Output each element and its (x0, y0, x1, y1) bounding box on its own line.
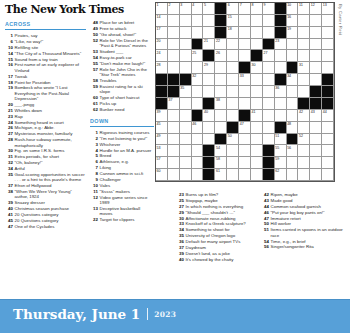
crossword-cell[interactable] (192, 86, 204, 98)
crossword-cell[interactable] (322, 169, 334, 181)
cell-number: 25 (192, 51, 196, 55)
clue-number: 12 (90, 195, 98, 206)
crossword-cell[interactable]: 7 (239, 3, 251, 15)
crossword-cell[interactable]: 46 (192, 122, 204, 134)
black-cell (203, 98, 215, 110)
crossword-cell[interactable]: 49 (156, 134, 168, 146)
crossword-cell[interactable] (287, 50, 299, 62)
clue-number: 3 (90, 142, 98, 147)
crossword-cell[interactable]: 19 (287, 27, 299, 39)
cell-number: 14 (157, 15, 161, 19)
clue-number: 52 (90, 38, 98, 49)
crossword-cell[interactable] (192, 98, 204, 110)
crossword-cell[interactable]: 28 (156, 62, 168, 74)
clue-item: 40Christmas season purchase (5, 206, 86, 211)
crossword-cell[interactable] (298, 86, 310, 98)
crossword-cell[interactable] (298, 15, 310, 27)
crossword-cell[interactable]: 12 (310, 3, 322, 15)
crossword-cell[interactable]: 33 (239, 74, 251, 86)
crossword-cell[interactable]: 35 (180, 86, 192, 98)
crossword-cell[interactable]: 43 (310, 110, 322, 122)
clue-item: 34Something to shoot for (176, 227, 258, 232)
clue-text: Student ___ (100, 49, 154, 54)
clue-item: 14“The City of a Thousand Minarets” (5, 51, 86, 56)
clue-item: 46“Put your big boy pants on!” (261, 210, 347, 215)
crossword-cell[interactable] (310, 74, 322, 86)
clue-number: 37 (5, 183, 13, 188)
crossword-cell[interactable]: 9 (263, 3, 275, 15)
crossword-cell[interactable] (203, 122, 215, 134)
crossword-cell[interactable]: 27 (263, 50, 275, 62)
crossword-cell[interactable] (168, 39, 180, 51)
clue-text: “Put your big boy pants on!” (271, 210, 347, 215)
cell-number: 49 (157, 134, 161, 138)
clue-number: 2 (90, 136, 98, 141)
black-cell (275, 3, 287, 15)
clue-text: “I'm not listening to you!” (100, 136, 154, 141)
cell-number: 8 (252, 3, 254, 7)
crossword-cell[interactable] (298, 145, 310, 157)
clue-text: University of Oregon logo (186, 233, 258, 238)
clue-text: Rigorous training courses (100, 130, 154, 135)
crossword-cell[interactable]: 6 (227, 3, 239, 15)
cell-number: 27 (263, 51, 267, 55)
clue-number: 6 (5, 39, 13, 44)
clue-text: Pirates, say (15, 33, 86, 38)
crossword-cell[interactable] (275, 62, 287, 74)
clue-text: “Like, no way!” (15, 39, 86, 44)
cell-number: 3 (180, 3, 182, 7)
crossword-cell[interactable]: 25 (192, 50, 204, 62)
crossword-cell[interactable] (203, 15, 215, 27)
cell-number: 60 (157, 169, 161, 173)
crossword-cell[interactable]: 2 (168, 3, 180, 15)
clue-number: 51 (261, 227, 269, 238)
crossword-cell[interactable] (192, 169, 204, 181)
crossword-cell[interactable]: 34 (287, 74, 299, 86)
crossword-cell[interactable] (203, 74, 215, 86)
crossword-cell[interactable] (322, 122, 334, 134)
crossword-cell[interactable]: 20 (156, 39, 168, 51)
clue-item: 54Time, e.g., in brief (261, 239, 347, 244)
crossword-cell[interactable]: 57 (156, 157, 168, 169)
crossword-cell[interactable] (239, 169, 251, 181)
clue-item: 57Role for John Cho in the “Star Trek” m… (90, 67, 154, 78)
clue-item: 61Picks up (90, 101, 154, 106)
crossword-cell[interactable] (287, 98, 299, 110)
crossword-cell[interactable]: 24 (156, 50, 168, 62)
crossword-cell[interactable] (180, 110, 192, 122)
crossword-cell[interactable] (180, 50, 192, 62)
crossword-cell[interactable] (310, 157, 322, 169)
crossword-cell[interactable]: 52 (298, 134, 310, 146)
crossword-cell[interactable] (239, 15, 251, 27)
crossword-cell[interactable] (239, 50, 251, 62)
clue-item: 5Breed (90, 153, 154, 158)
crossword-cell[interactable]: 44 (322, 110, 334, 122)
crossword-cell[interactable]: 10 (287, 3, 299, 15)
cell-number: 51 (275, 134, 279, 138)
clue-number: 6 (90, 159, 98, 164)
crossword-cell[interactable]: 23 (275, 39, 287, 51)
crossword-cell[interactable] (168, 50, 180, 62)
crossword-cell[interactable]: 40 (203, 110, 215, 122)
clue-number: 54 (90, 55, 98, 60)
crossword-cell[interactable] (287, 86, 299, 98)
crossword-cell[interactable] (227, 110, 239, 122)
crossword-cell[interactable] (287, 157, 299, 169)
black-cell (275, 27, 287, 39)
crossword-cell[interactable]: 56 (287, 145, 299, 157)
crossword-cell[interactable] (263, 134, 275, 146)
crossword-cell[interactable]: 31 (298, 62, 310, 74)
crossword-cell[interactable] (251, 98, 263, 110)
crossword-cell[interactable] (310, 62, 322, 74)
crossword-cell[interactable] (310, 122, 322, 134)
cell-number: 32 (192, 74, 196, 78)
crossword-cell[interactable] (298, 122, 310, 134)
clue-number: 30 (5, 148, 13, 153)
crossword-cell[interactable] (310, 15, 322, 27)
date-bar: Thursday, June 1 2023 (0, 299, 350, 333)
crossword-cell[interactable] (239, 39, 251, 51)
crossword-cell[interactable] (322, 62, 334, 74)
crossword-cell[interactable] (298, 39, 310, 51)
crossword-cell[interactable] (180, 145, 192, 157)
crossword-cell[interactable] (215, 122, 227, 134)
crossword-cell[interactable] (298, 50, 310, 62)
crossword-cell[interactable]: 38 (215, 98, 227, 110)
crossword-cell[interactable]: 30 (251, 62, 263, 74)
crossword-cell[interactable] (298, 74, 310, 86)
crossword-cell[interactable] (322, 50, 334, 62)
clue-item: 30Affectionate nose-rubbing (176, 216, 258, 221)
crossword-cell[interactable] (168, 27, 180, 39)
crossword-cell[interactable] (192, 15, 204, 27)
crossword-cell[interactable]: 21 (203, 39, 215, 51)
crossword-cell[interactable] (310, 39, 322, 51)
crossword-cell[interactable] (263, 74, 275, 86)
clue-text: Default for many airport TVs (186, 239, 258, 244)
clue-column-4: 42Ripen, maybe43Made good44Common seafoo… (261, 192, 347, 296)
crossword-cell[interactable]: 45 (156, 122, 168, 134)
crossword-cell[interactable] (215, 110, 227, 122)
crossword-cell[interactable] (251, 145, 263, 157)
clue-text: Common seafood garnish (271, 204, 347, 209)
crossword-cell[interactable]: 59 (275, 157, 287, 169)
crossword-cell[interactable] (310, 50, 322, 62)
clue-item: 10Vales (90, 183, 154, 188)
crossword-cell[interactable] (168, 157, 180, 169)
cell-number: 23 (275, 39, 279, 43)
crossword-cell[interactable]: 61 (215, 169, 227, 181)
cell-number: 33 (240, 74, 244, 78)
crossword-cell[interactable]: 62 (275, 169, 287, 181)
crossword-cell[interactable] (168, 169, 180, 181)
black-cell (251, 50, 263, 62)
crossword-cell[interactable] (322, 134, 334, 146)
clue-text: Rush-hour subway commute, metaphorically (15, 137, 86, 148)
cell-number: 58 (216, 157, 220, 161)
black-cell (156, 74, 168, 86)
crossword-cell[interactable] (180, 122, 192, 134)
black-cell (180, 74, 192, 86)
crossword-cell[interactable] (298, 27, 310, 39)
crossword-cell[interactable] (251, 157, 263, 169)
clue-text: Refilling site (15, 45, 86, 50)
crossword-cell[interactable] (239, 145, 251, 157)
clue-item: 60Type of short haircut (90, 95, 154, 100)
crossword-cell[interactable]: 3 (180, 3, 192, 15)
crossword-cell[interactable] (180, 15, 192, 27)
cell-number: 56 (287, 146, 291, 150)
crossword-cell[interactable] (180, 157, 192, 169)
crossword-cell[interactable] (251, 122, 263, 134)
black-cell (298, 98, 310, 110)
clue-text: Place for un béret (100, 20, 154, 25)
clue-text: “The City of a Thousand Minarets” (15, 51, 86, 56)
clue-item: 23Rap (5, 114, 86, 119)
crossword-cell[interactable]: 41 (251, 110, 263, 122)
cell-number: 57 (157, 157, 161, 161)
crossword-cell[interactable] (203, 134, 215, 146)
clue-item: 48Place for un béret (90, 20, 154, 25)
clue-text: Singer/songwriter Rita (271, 244, 347, 249)
crossword-cell[interactable]: 18 (227, 27, 239, 39)
clue-number: 21 (5, 108, 13, 113)
clue-number: 29 (176, 210, 184, 215)
crossword-cell[interactable] (310, 145, 322, 157)
crossword-cell[interactable] (168, 15, 180, 27)
crossword-cell[interactable] (263, 62, 275, 74)
crossword-cell[interactable] (310, 169, 322, 181)
crossword-cell[interactable] (168, 134, 180, 146)
clue-item: 55“Don't make me laugh!” (90, 61, 154, 66)
clue-item: 39Snazzy dresser (5, 200, 86, 205)
crossword-cell[interactable] (192, 27, 204, 39)
crossword-cell[interactable] (251, 86, 263, 98)
clue-text: Deceptive basketball moves (100, 206, 154, 217)
crossword-cell[interactable] (263, 122, 275, 134)
crossword-cell[interactable] (298, 169, 310, 181)
crossword-cell[interactable]: 54 (215, 145, 227, 157)
clue-number: 30 (176, 216, 184, 221)
clue-text: Whittles down (15, 108, 86, 113)
crossword-cell[interactable]: 13 (322, 3, 334, 15)
clue-item: 59Easiest rating for a ski slope (90, 84, 154, 95)
clue-text: Mysterious monster, familiarly (15, 131, 86, 136)
black-cell (322, 74, 334, 86)
crossword-cell[interactable] (322, 39, 334, 51)
crossword-cell[interactable] (310, 27, 322, 39)
crossword-cell[interactable] (275, 98, 287, 110)
crossword-cell[interactable] (192, 157, 204, 169)
crossword-cell[interactable] (227, 98, 239, 110)
clue-number: 27 (5, 131, 13, 136)
crossword-cell[interactable]: 42 (298, 110, 310, 122)
crossword-cell[interactable] (239, 157, 251, 169)
clue-number: 46 (261, 210, 269, 215)
crossword-cell[interactable] (251, 15, 263, 27)
cell-number: 4 (192, 3, 194, 7)
crossword-cell[interactable] (239, 86, 251, 98)
crossword-cell[interactable] (322, 27, 334, 39)
clue-item: 56Singer/songwriter Rita (261, 244, 347, 249)
black-cell (275, 15, 287, 27)
clue-item: 58Troubles (90, 78, 154, 83)
clue-text: Affectionate nose-rubbing (186, 216, 258, 221)
crossword-cell[interactable] (251, 39, 263, 51)
crossword-cell[interactable] (215, 86, 227, 98)
crossword-cell[interactable]: 58 (215, 157, 227, 169)
crossword-cell[interactable]: 48 (287, 122, 299, 134)
clue-text: “Should ___ shouldn't …” (186, 210, 258, 215)
clue-number: 55 (90, 61, 98, 66)
cell-number: 42 (299, 110, 303, 114)
cell-number: 28 (157, 63, 161, 67)
crossword-cell[interactable] (168, 145, 180, 157)
cell-number: 19 (287, 27, 291, 31)
clue-item: 35University of Oregon logo (176, 233, 258, 238)
clue-item: 31Extra periods, for short (5, 154, 86, 159)
crossword-cell[interactable]: 50 (227, 134, 239, 146)
black-cell (168, 74, 180, 86)
crossword-cell[interactable] (168, 110, 180, 122)
cell-number: 62 (275, 169, 279, 173)
crossword-cell[interactable] (227, 50, 239, 62)
crossword-cell[interactable]: 26 (215, 50, 227, 62)
crossword-cell[interactable] (215, 74, 227, 86)
black-cell (263, 169, 275, 181)
clue-text: Knockoff of a Greek sculpture? (186, 221, 258, 226)
crossword-cell[interactable] (180, 62, 192, 74)
clue-item: 32“Oh, baloney!” (5, 160, 86, 165)
crossword-cell[interactable] (263, 27, 275, 39)
cell-number: 29 (204, 63, 208, 67)
crossword-cell[interactable]: 11 (298, 3, 310, 15)
clue-text: Rap (15, 114, 86, 119)
crossword-cell[interactable]: 39 (156, 110, 168, 122)
cell-number: 6 (228, 3, 230, 7)
clue-number: 47 (5, 224, 13, 229)
crossword-cell[interactable]: 1 (156, 3, 168, 15)
crossword-cell[interactable] (192, 145, 204, 157)
crossword-cell[interactable] (227, 145, 239, 157)
crossword-cell[interactable] (287, 110, 299, 122)
black-cell (263, 157, 275, 169)
crossword-cell[interactable] (251, 74, 263, 86)
crossword-cell[interactable] (227, 157, 239, 169)
crossword-cell[interactable] (251, 27, 263, 39)
crossword-cell[interactable] (168, 122, 180, 134)
crossword-cell[interactable] (203, 86, 215, 98)
crossword-cell[interactable]: 15 (227, 15, 239, 27)
crossword-cell[interactable] (239, 98, 251, 110)
clue-text: Made good (271, 198, 347, 203)
crossword-cell[interactable]: 16 (287, 15, 299, 27)
crossword-cell[interactable] (227, 86, 239, 98)
crossword-cell[interactable] (180, 98, 192, 110)
crossword-cell[interactable]: 60 (156, 169, 168, 181)
crossword-cell[interactable] (287, 169, 299, 181)
crossword-cell[interactable] (287, 39, 299, 51)
crossword-cell[interactable] (180, 134, 192, 146)
clue-item: 2“I'm not listening to you!” (90, 136, 154, 141)
crossword-cell[interactable] (192, 62, 204, 74)
crossword-cell[interactable] (192, 134, 204, 146)
crossword-cell[interactable] (251, 134, 263, 146)
crossword-cell[interactable]: 55 (275, 145, 287, 157)
down-header: DOWN (90, 118, 154, 127)
black-cell (322, 86, 334, 98)
crossword-cell[interactable] (203, 27, 215, 39)
cell-number: 26 (216, 51, 220, 55)
crossword-cell[interactable] (275, 110, 287, 122)
cell-number: 1 (157, 3, 159, 7)
clue-item: 43Made good (261, 198, 347, 203)
crossword-cell[interactable] (168, 62, 180, 74)
crossword-cell[interactable] (227, 169, 239, 181)
crossword-cell[interactable] (263, 98, 275, 110)
crossword-cell[interactable] (215, 62, 227, 74)
crossword-cell[interactable] (322, 15, 334, 27)
cell-number: 61 (216, 169, 220, 173)
crossword-cell[interactable] (227, 39, 239, 51)
crossword-cell[interactable] (322, 145, 334, 157)
clue-number: 53 (90, 49, 98, 54)
cell-number: 20 (157, 39, 161, 43)
crossword-cell[interactable]: 32 (192, 74, 204, 86)
crossword-cell[interactable]: 47 (239, 122, 251, 134)
clue-text: Doesn't land, as a joke (186, 251, 258, 256)
crossword-cell[interactable] (298, 157, 310, 169)
clue-item: 19Bombeck who wrote “I Lost Everything i… (5, 85, 86, 101)
crossword-cell[interactable] (322, 157, 334, 169)
crossword-cell[interactable]: 36 (275, 86, 287, 98)
crossword-cell[interactable]: 37 (168, 98, 180, 110)
crossword-cell[interactable] (263, 15, 275, 27)
crossword-cell[interactable]: 4 (192, 3, 204, 15)
clue-item: 26Michigan, e.g.: Abbr. (5, 125, 86, 130)
crossword-cell[interactable] (310, 134, 322, 146)
crossword-cell[interactable] (239, 134, 251, 146)
crossword-cell[interactable] (180, 39, 192, 51)
crossword-cell[interactable] (180, 27, 192, 39)
crossword-cell[interactable]: 53 (156, 145, 168, 157)
cell-number: 53 (157, 146, 161, 150)
crossword-cell[interactable] (263, 86, 275, 98)
crossword-cell[interactable] (180, 169, 192, 181)
crossword-cell[interactable] (263, 110, 275, 122)
crossword-cell[interactable] (227, 74, 239, 86)
clue-number: 15 (5, 57, 13, 62)
clue-text: Christmas season purchase (15, 206, 86, 211)
crossword-cell[interactable] (251, 169, 263, 181)
black-cell (192, 110, 204, 122)
crossword-cell[interactable]: 17 (156, 27, 168, 39)
crossword-cell[interactable] (275, 50, 287, 62)
crossword-cell[interactable] (239, 27, 251, 39)
crossword-cell[interactable]: 14 (156, 15, 168, 27)
cell-number: 52 (299, 134, 303, 138)
crossword-cell[interactable]: 8 (251, 3, 263, 15)
crossword-cell[interactable]: 29 (203, 62, 215, 74)
crossword-cell[interactable]: 51 (275, 134, 287, 146)
crossword-cell[interactable] (227, 62, 239, 74)
crossword-cell[interactable]: 22 (215, 39, 227, 51)
clue-item: 27In which nothing is everything (176, 204, 258, 209)
crossword-cell[interactable]: 5 (203, 3, 215, 15)
